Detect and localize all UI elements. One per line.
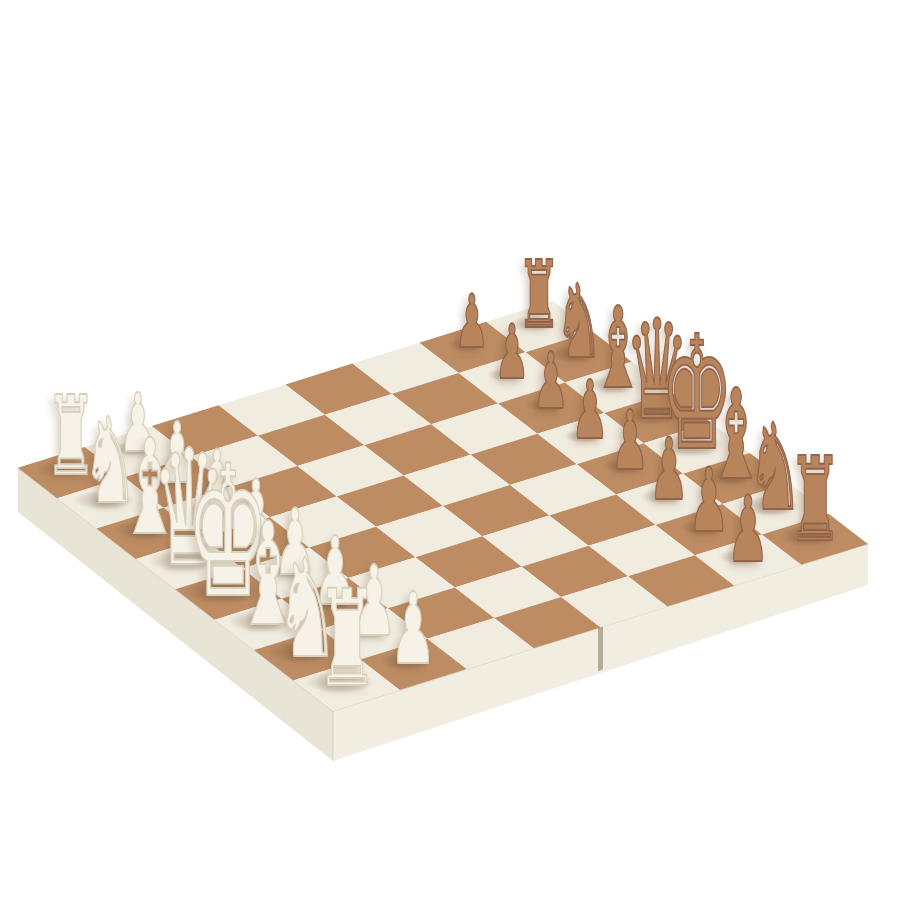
pawn-glyph: ♟ (455, 286, 489, 360)
piece-brown-rook-h8[interactable]: ♜ (780, 474, 850, 552)
pieces-layer: ♜♞♝♛♚♝♞♜♟♟♟♟♟♟♟♟♟♟♟♟♟♟♟♟♜♞♝♛♚♝♞♜ (0, 0, 900, 900)
pawn-glyph: ♟ (572, 371, 610, 452)
piece-brown-pawn-a7[interactable]: ♟ (450, 306, 494, 355)
piece-brown-pawn-h7[interactable]: ♟ (721, 509, 776, 570)
piece-white-rook-h1[interactable]: ♜ (307, 610, 387, 699)
pawn-glyph: ♟ (390, 581, 436, 680)
product-photo-stage: ♜♞♝♛♚♝♞♜♟♟♟♟♟♟♟♟♟♟♟♟♟♟♟♟♜♞♝♛♚♝♞♜ (0, 0, 900, 900)
rook-glyph: ♜ (315, 573, 377, 707)
pawn-glyph: ♟ (533, 343, 569, 421)
pawn-glyph: ♟ (494, 315, 529, 390)
pawn-glyph: ♟ (727, 483, 770, 575)
rook-glyph: ♜ (788, 441, 843, 558)
piece-white-pawn-h2[interactable]: ♟ (384, 609, 443, 675)
